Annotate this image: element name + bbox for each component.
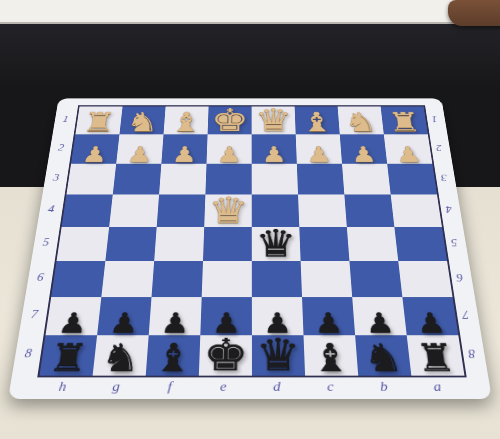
square-b5[interactable] — [347, 227, 398, 261]
white-pawn-f2[interactable]: ♟ — [171, 144, 197, 165]
black-knight-b8[interactable]: ♞ — [362, 339, 405, 378]
square-f8[interactable]: ♝ — [146, 335, 201, 375]
black-queen-d8[interactable]: ♛ — [255, 333, 301, 378]
black-bishop-f8[interactable]: ♝ — [152, 339, 193, 378]
black-queen-d5[interactable]: ♛ — [255, 225, 297, 263]
square-b8[interactable]: ♞ — [355, 335, 411, 375]
black-pawn-a7[interactable]: ♟ — [415, 309, 448, 337]
wood-furniture-edge — [448, 0, 500, 26]
square-g2[interactable]: ♟ — [116, 134, 163, 163]
photo-scene: 12345678 12345678 hgfedcba ♜♞♝♚♛♝♞♜♟♟♟♟♟… — [0, 0, 500, 439]
square-c3[interactable] — [297, 164, 345, 195]
black-pawn-f7[interactable]: ♟ — [160, 309, 190, 337]
white-queen-d1[interactable]: ♛ — [255, 105, 293, 136]
square-h5[interactable] — [57, 227, 110, 261]
square-f2[interactable]: ♟ — [161, 134, 207, 163]
square-f5[interactable] — [154, 227, 204, 261]
square-g7[interactable]: ♟ — [97, 297, 151, 335]
white-rook-h1[interactable]: ♜ — [81, 109, 117, 136]
square-e5[interactable] — [203, 227, 252, 261]
black-pawn-h7[interactable]: ♟ — [56, 309, 88, 337]
square-f4[interactable] — [157, 194, 206, 226]
square-a7[interactable]: ♟ — [402, 297, 458, 335]
black-knight-g8[interactable]: ♞ — [99, 339, 142, 378]
square-c4[interactable] — [298, 194, 347, 226]
square-b7[interactable]: ♟ — [352, 297, 407, 335]
square-a5[interactable] — [394, 227, 447, 261]
vinyl-chess-mat: 12345678 12345678 hgfedcba ♜♞♝♚♛♝♞♜♟♟♟♟♟… — [8, 98, 492, 399]
white-knight-g1[interactable]: ♞ — [125, 109, 160, 136]
square-e2[interactable]: ♟ — [207, 134, 252, 163]
square-c1[interactable]: ♝ — [295, 106, 340, 134]
white-pawn-e2[interactable]: ♟ — [216, 144, 242, 165]
square-h2[interactable]: ♟ — [71, 134, 119, 163]
square-f6[interactable] — [152, 261, 203, 297]
black-pawn-c7[interactable]: ♟ — [314, 309, 344, 337]
square-g6[interactable] — [101, 261, 154, 297]
square-h4[interactable] — [62, 194, 113, 226]
white-pawn-d2[interactable]: ♟ — [261, 144, 287, 165]
square-g3[interactable] — [113, 164, 162, 195]
square-a2[interactable]: ♟ — [384, 134, 433, 163]
white-pawn-b2[interactable]: ♟ — [350, 144, 377, 165]
black-rook-a8[interactable]: ♜ — [414, 339, 458, 378]
square-e4[interactable]: ♛ — [204, 194, 252, 226]
square-d3[interactable] — [252, 164, 298, 195]
white-pawn-c2[interactable]: ♟ — [306, 144, 333, 165]
square-d5[interactable]: ♛ — [252, 227, 301, 261]
black-rook-h8[interactable]: ♜ — [46, 339, 90, 378]
square-c6[interactable] — [301, 261, 353, 297]
square-e1[interactable]: ♚ — [208, 106, 252, 134]
square-e6[interactable] — [202, 261, 252, 297]
square-c5[interactable] — [299, 227, 349, 261]
square-d6[interactable] — [252, 261, 302, 297]
square-b3[interactable] — [342, 164, 391, 195]
square-b6[interactable] — [349, 261, 402, 297]
square-c2[interactable]: ♟ — [296, 134, 342, 163]
square-g5[interactable] — [105, 227, 156, 261]
black-pawn-b7[interactable]: ♟ — [364, 309, 396, 337]
black-bishop-c8[interactable]: ♝ — [310, 339, 351, 378]
square-h8[interactable]: ♜ — [39, 335, 97, 375]
square-a3[interactable] — [387, 164, 437, 195]
white-rook-a1[interactable]: ♜ — [386, 109, 422, 136]
square-c7[interactable]: ♟ — [302, 297, 355, 335]
black-pawn-g7[interactable]: ♟ — [108, 309, 139, 337]
square-g1[interactable]: ♞ — [119, 106, 165, 134]
square-f3[interactable] — [159, 164, 206, 195]
wall-strip — [0, 0, 500, 24]
square-d2[interactable]: ♟ — [252, 134, 297, 163]
white-pawn-h2[interactable]: ♟ — [81, 144, 109, 165]
square-a4[interactable] — [391, 194, 442, 226]
white-bishop-f1[interactable]: ♝ — [169, 109, 203, 136]
chess-board-3d-wrap: 12345678 12345678 hgfedcba ♜♞♝♚♛♝♞♜♟♟♟♟♟… — [8, 98, 492, 399]
square-g4[interactable] — [109, 194, 159, 226]
square-d8[interactable]: ♛ — [252, 335, 305, 375]
square-f1[interactable]: ♝ — [164, 106, 209, 134]
square-e8[interactable]: ♚ — [199, 335, 252, 375]
square-b4[interactable] — [344, 194, 394, 226]
square-f7[interactable]: ♟ — [149, 297, 202, 335]
square-h1[interactable]: ♜ — [75, 106, 122, 134]
square-b1[interactable]: ♞ — [338, 106, 384, 134]
white-pawn-a2[interactable]: ♟ — [395, 144, 423, 165]
square-a6[interactable] — [398, 261, 452, 297]
square-g8[interactable]: ♞ — [93, 335, 149, 375]
square-a1[interactable]: ♜ — [381, 106, 428, 134]
square-h6[interactable] — [51, 261, 105, 297]
white-knight-b1[interactable]: ♞ — [343, 109, 378, 136]
white-pawn-g2[interactable]: ♟ — [126, 144, 153, 165]
white-queen-e4[interactable]: ♛ — [207, 192, 248, 228]
square-h7[interactable]: ♟ — [45, 297, 101, 335]
white-bishop-c1[interactable]: ♝ — [300, 109, 334, 136]
square-a8[interactable]: ♜ — [407, 335, 465, 375]
square-d1[interactable]: ♛ — [252, 106, 296, 134]
white-king-e1[interactable]: ♚ — [211, 105, 249, 136]
square-b2[interactable]: ♟ — [340, 134, 387, 163]
square-c8[interactable]: ♝ — [304, 335, 359, 375]
black-king-e8[interactable]: ♚ — [202, 333, 248, 378]
square-h3[interactable] — [66, 164, 116, 195]
playing-area: ♜♞♝♚♛♝♞♜♟♟♟♟♟♟♟♟♛♛♟♟♟♟♟♟♟♟♜♞♝♚♛♝♞♜ — [37, 105, 466, 377]
